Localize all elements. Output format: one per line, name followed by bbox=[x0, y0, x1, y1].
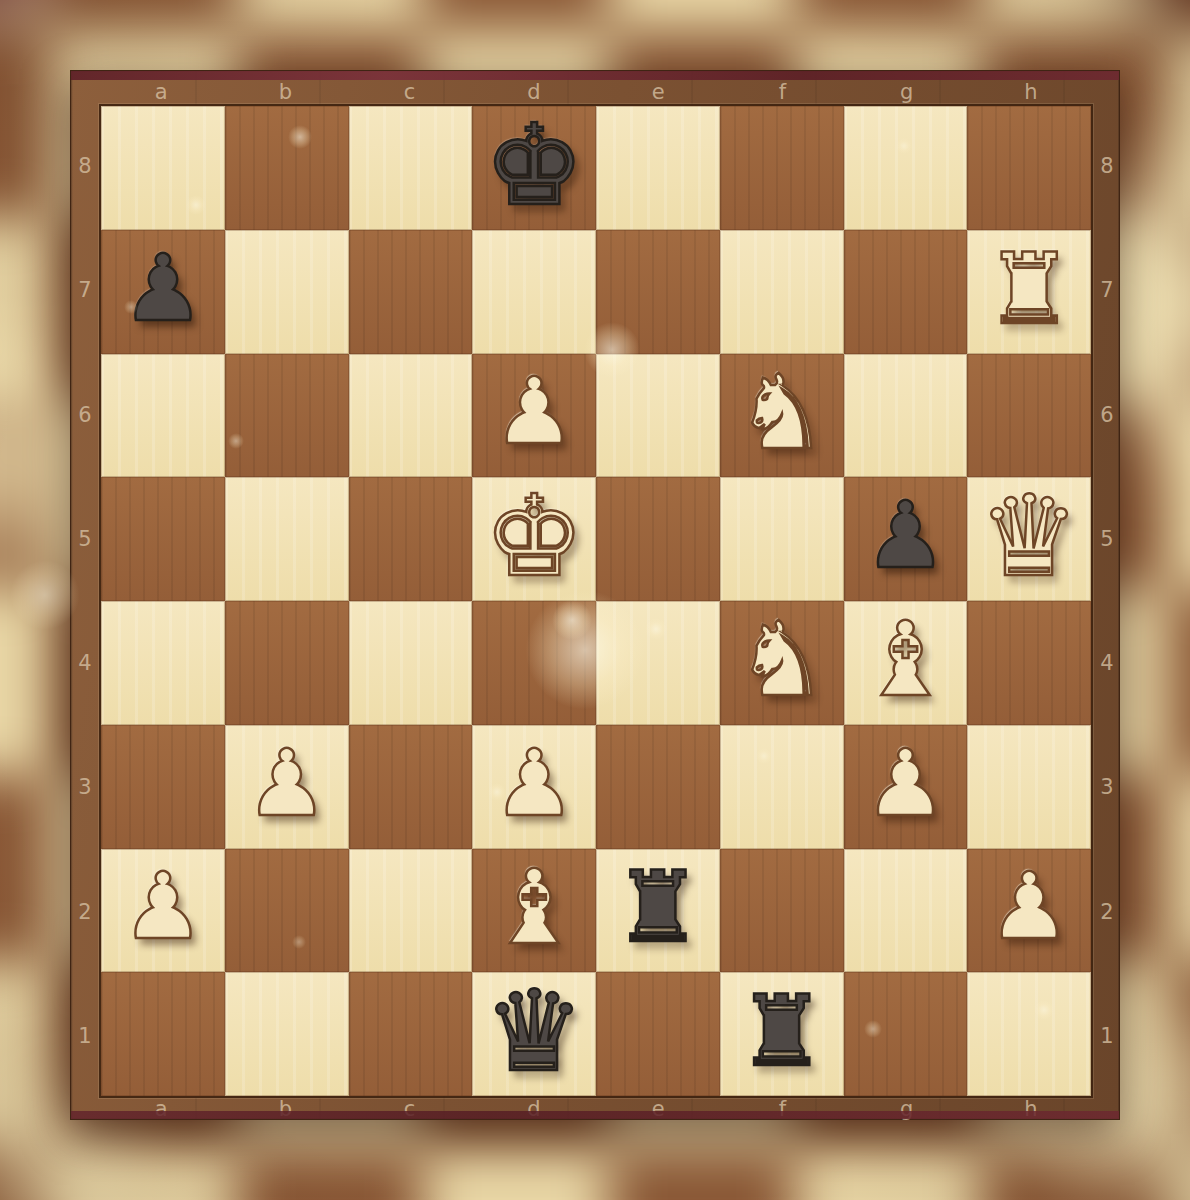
square-h7[interactable]: ♜ bbox=[967, 230, 1091, 354]
square-h5[interactable]: ♛ bbox=[967, 477, 1091, 601]
square-g4[interactable]: ♝ bbox=[844, 601, 968, 725]
black-pawn-g5[interactable]: ♟ bbox=[864, 490, 946, 582]
square-c1[interactable] bbox=[349, 972, 473, 1096]
rank-label-left-8: 8 bbox=[71, 104, 99, 228]
white-pawn-d3[interactable]: ♟ bbox=[493, 738, 575, 830]
square-g6[interactable] bbox=[844, 354, 968, 478]
square-b2[interactable] bbox=[225, 849, 349, 973]
square-h4[interactable] bbox=[967, 601, 1091, 725]
black-queen-d1[interactable]: ♛ bbox=[484, 975, 584, 1087]
square-e3[interactable] bbox=[596, 725, 720, 849]
chess-board: abcdefgh 87654321 ♚♟♜♟♞♚♟♛♞♝♟♟♟♟♝♜♟♛♜ 87… bbox=[70, 70, 1120, 1120]
square-g5[interactable]: ♟ bbox=[844, 477, 968, 601]
square-h2[interactable]: ♟ bbox=[967, 849, 1091, 973]
white-pawn-b3[interactable]: ♟ bbox=[245, 738, 327, 830]
white-pawn-g3[interactable]: ♟ bbox=[864, 738, 946, 830]
square-e4[interactable] bbox=[596, 601, 720, 725]
square-d2[interactable]: ♝ bbox=[472, 849, 596, 973]
square-f6[interactable]: ♞ bbox=[720, 354, 844, 478]
white-bishop-d2[interactable]: ♝ bbox=[488, 856, 580, 959]
square-a3[interactable] bbox=[101, 725, 225, 849]
square-d8[interactable]: ♚ bbox=[472, 106, 596, 230]
file-label-bottom-h: h bbox=[969, 1097, 1093, 1121]
square-d7[interactable] bbox=[472, 230, 596, 354]
file-label-bottom-d: d bbox=[472, 1097, 596, 1121]
square-g8[interactable] bbox=[844, 106, 968, 230]
rank-label-right-5: 5 bbox=[1093, 477, 1121, 601]
square-f3[interactable] bbox=[720, 725, 844, 849]
square-c6[interactable] bbox=[349, 354, 473, 478]
file-label-top-e: e bbox=[596, 80, 720, 104]
square-b1[interactable] bbox=[225, 972, 349, 1096]
white-bishop-g4[interactable]: ♝ bbox=[859, 608, 951, 711]
rank-label-right-4: 4 bbox=[1093, 601, 1121, 725]
black-rook-f1[interactable]: ♜ bbox=[738, 982, 826, 1080]
square-a6[interactable] bbox=[101, 354, 225, 478]
rank-label-left-7: 7 bbox=[71, 228, 99, 352]
board-grid: ♚♟♜♟♞♚♟♛♞♝♟♟♟♟♝♜♟♛♜ bbox=[99, 104, 1093, 1098]
file-label-top-a: a bbox=[99, 80, 223, 104]
file-label-bottom-g: g bbox=[845, 1097, 969, 1121]
square-d6[interactable]: ♟ bbox=[472, 354, 596, 478]
square-h3[interactable] bbox=[967, 725, 1091, 849]
rank-labels-left: 87654321 bbox=[71, 104, 99, 1098]
file-labels-top: abcdefgh bbox=[99, 78, 1093, 106]
square-e7[interactable] bbox=[596, 230, 720, 354]
file-label-bottom-f: f bbox=[720, 1097, 844, 1121]
file-label-bottom-e: e bbox=[596, 1097, 720, 1121]
rank-label-right-6: 6 bbox=[1093, 353, 1121, 477]
square-b5[interactable] bbox=[225, 477, 349, 601]
black-king-d8[interactable]: ♚ bbox=[484, 109, 584, 221]
square-b3[interactable]: ♟ bbox=[225, 725, 349, 849]
white-king-d5[interactable]: ♚ bbox=[484, 480, 584, 592]
rank-label-right-8: 8 bbox=[1093, 104, 1121, 228]
square-f4[interactable]: ♞ bbox=[720, 601, 844, 725]
square-d1[interactable]: ♛ bbox=[472, 972, 596, 1096]
square-h6[interactable] bbox=[967, 354, 1091, 478]
square-e6[interactable] bbox=[596, 354, 720, 478]
white-knight-f6[interactable]: ♞ bbox=[735, 361, 827, 464]
square-c3[interactable] bbox=[349, 725, 473, 849]
file-label-top-f: f bbox=[720, 80, 844, 104]
square-f5[interactable] bbox=[720, 477, 844, 601]
square-h1[interactable] bbox=[967, 972, 1091, 1096]
square-e2[interactable]: ♜ bbox=[596, 849, 720, 973]
white-pawn-d6[interactable]: ♟ bbox=[493, 366, 575, 458]
rank-label-right-1: 1 bbox=[1093, 974, 1121, 1098]
rank-label-left-1: 1 bbox=[71, 974, 99, 1098]
square-d3[interactable]: ♟ bbox=[472, 725, 596, 849]
rank-label-right-3: 3 bbox=[1093, 725, 1121, 849]
white-pawn-h2[interactable]: ♟ bbox=[988, 861, 1070, 953]
white-rook-h7[interactable]: ♜ bbox=[985, 240, 1073, 338]
square-h8[interactable] bbox=[967, 106, 1091, 230]
square-f1[interactable]: ♜ bbox=[720, 972, 844, 1096]
square-c5[interactable] bbox=[349, 477, 473, 601]
file-label-bottom-c: c bbox=[348, 1097, 472, 1121]
file-label-top-h: h bbox=[969, 80, 1093, 104]
square-a7[interactable]: ♟ bbox=[101, 230, 225, 354]
square-b8[interactable] bbox=[225, 106, 349, 230]
square-d5[interactable]: ♚ bbox=[472, 477, 596, 601]
black-rook-e2[interactable]: ♜ bbox=[614, 858, 702, 956]
file-label-bottom-a: a bbox=[99, 1097, 223, 1121]
square-f2[interactable] bbox=[720, 849, 844, 973]
square-g7[interactable] bbox=[844, 230, 968, 354]
white-knight-f4[interactable]: ♞ bbox=[735, 608, 827, 711]
square-e5[interactable] bbox=[596, 477, 720, 601]
white-pawn-a2[interactable]: ♟ bbox=[122, 861, 204, 953]
rank-label-left-6: 6 bbox=[71, 353, 99, 477]
file-label-top-c: c bbox=[348, 80, 472, 104]
square-a2[interactable]: ♟ bbox=[101, 849, 225, 973]
white-queen-h5[interactable]: ♛ bbox=[979, 480, 1079, 592]
rank-label-left-4: 4 bbox=[71, 601, 99, 725]
square-a5[interactable] bbox=[101, 477, 225, 601]
file-label-bottom-b: b bbox=[223, 1097, 347, 1121]
square-c7[interactable] bbox=[349, 230, 473, 354]
square-a1[interactable] bbox=[101, 972, 225, 1096]
file-labels-bottom: abcdefgh bbox=[99, 1098, 1093, 1120]
file-label-top-b: b bbox=[223, 80, 347, 104]
rank-label-right-7: 7 bbox=[1093, 228, 1121, 352]
rank-label-left-2: 2 bbox=[71, 850, 99, 974]
square-b6[interactable] bbox=[225, 354, 349, 478]
file-label-top-g: g bbox=[845, 80, 969, 104]
square-g3[interactable]: ♟ bbox=[844, 725, 968, 849]
square-g1[interactable] bbox=[844, 972, 968, 1096]
square-c2[interactable] bbox=[349, 849, 473, 973]
black-pawn-a7[interactable]: ♟ bbox=[122, 243, 204, 335]
square-b7[interactable] bbox=[225, 230, 349, 354]
square-c4[interactable] bbox=[349, 601, 473, 725]
square-f7[interactable] bbox=[720, 230, 844, 354]
square-b4[interactable] bbox=[225, 601, 349, 725]
square-a8[interactable] bbox=[101, 106, 225, 230]
rank-label-left-3: 3 bbox=[71, 725, 99, 849]
rank-label-left-5: 5 bbox=[71, 477, 99, 601]
rank-label-right-2: 2 bbox=[1093, 850, 1121, 974]
square-c8[interactable] bbox=[349, 106, 473, 230]
square-e8[interactable] bbox=[596, 106, 720, 230]
square-e1[interactable] bbox=[596, 972, 720, 1096]
square-a4[interactable] bbox=[101, 601, 225, 725]
rank-labels-right: 87654321 bbox=[1093, 104, 1121, 1098]
square-d4[interactable] bbox=[472, 601, 596, 725]
square-g2[interactable] bbox=[844, 849, 968, 973]
square-f8[interactable] bbox=[720, 106, 844, 230]
